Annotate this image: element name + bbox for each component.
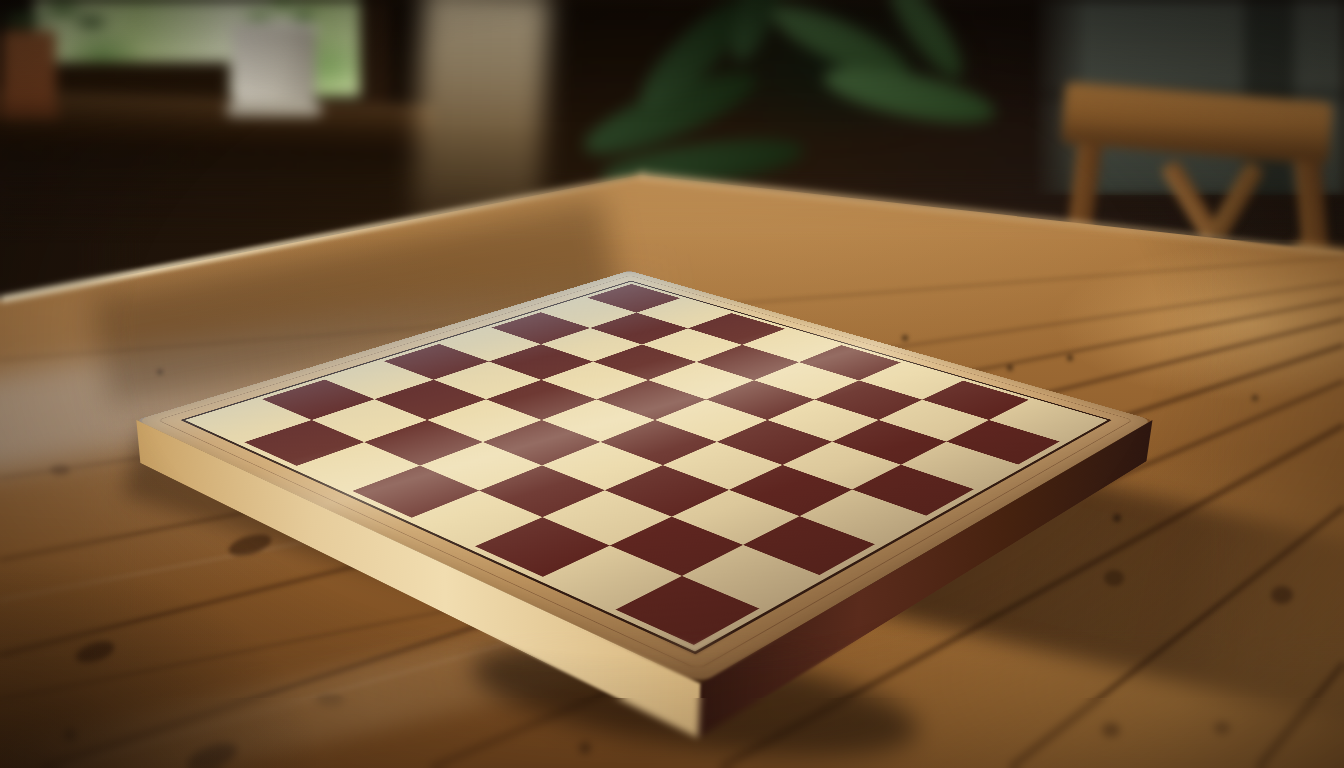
checker-square [297,442,420,491]
chair-top-rail [1061,82,1333,165]
checker-square [543,546,682,610]
checker-square [412,491,543,547]
checker-square [717,420,832,465]
checker-square [352,466,479,518]
checker-square [542,442,663,490]
chair-cross-brace [1207,160,1265,241]
checker-square [682,545,819,609]
checker-square [479,465,605,517]
checker-square [672,490,800,545]
checker-square [483,420,601,465]
checker-square [743,516,875,575]
checker-square [542,490,671,545]
checker-square [420,442,542,491]
checker-square [610,517,743,576]
checker-square [616,576,760,645]
room-scene [0,0,1344,768]
checker-square [600,420,716,465]
checker-square [244,420,364,466]
checker-square [475,517,610,577]
checker-square [800,490,927,545]
checker-square [663,442,783,490]
checker-square [782,442,900,490]
checker-square [364,420,483,466]
checker-square [901,442,1018,490]
checker-square [852,465,974,516]
checker-square [729,465,852,516]
checker-square [605,465,729,517]
